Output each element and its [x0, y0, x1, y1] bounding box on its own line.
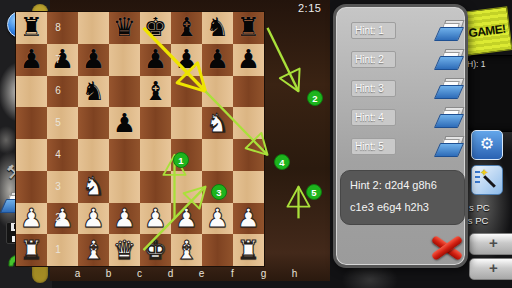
rank-label-8: 8 — [50, 22, 66, 33]
rank-label-6: 6 — [50, 85, 66, 96]
settings-button[interactable]: ⚙ — [471, 130, 503, 160]
piece-black-pawn[interactable]: ♟ — [82, 44, 105, 75]
piece-black-knight[interactable]: ♞ — [206, 12, 229, 43]
square-e1[interactable]: ♚ — [140, 234, 171, 266]
square-a7[interactable]: ♟ — [16, 44, 47, 76]
piece-white-queen[interactable]: ♛ — [113, 235, 136, 266]
square-e4[interactable] — [140, 139, 171, 171]
rank-label-3: 3 — [50, 181, 66, 192]
piece-white-knight[interactable]: ♞ — [206, 108, 229, 139]
square-c2[interactable]: ♟ — [78, 203, 109, 235]
square-h6[interactable] — [233, 76, 264, 108]
piece-white-pawn[interactable]: ♟ — [82, 203, 105, 234]
square-c3[interactable]: ♞ — [78, 171, 109, 203]
file-label-e: e — [186, 268, 217, 279]
square-g1[interactable] — [202, 234, 233, 266]
piece-black-pawn[interactable]: ♟ — [237, 44, 260, 75]
square-d2[interactable]: ♟ — [109, 203, 140, 235]
square-a6[interactable] — [16, 76, 47, 108]
hint-row-5: Hint: 5 — [336, 136, 465, 160]
square-h8[interactable]: ♜ — [233, 12, 264, 44]
square-c5[interactable] — [78, 107, 109, 139]
square-f5[interactable] — [171, 107, 202, 139]
hint-3-folder-button[interactable] — [437, 78, 463, 99]
piece-black-pawn[interactable]: ♟ — [20, 44, 43, 75]
increase-button-2[interactable]: + — [469, 258, 512, 280]
piece-black-pawn[interactable]: ♟ — [206, 44, 229, 75]
square-h2[interactable]: ♟ — [233, 203, 264, 235]
file-label-c: c — [124, 268, 155, 279]
hint-4-label[interactable]: Hint: 4 — [351, 109, 396, 126]
square-e6[interactable]: ♝ — [140, 76, 171, 108]
square-c1[interactable]: ♝ — [78, 234, 109, 266]
hint-1-folder-button[interactable] — [437, 20, 463, 41]
mode-label-vs-pc-1[interactable]: s PC — [469, 202, 490, 213]
hint-2-label[interactable]: Hint: 2 — [351, 51, 396, 68]
file-label-f: f — [217, 268, 248, 279]
square-h4[interactable] — [233, 139, 264, 171]
increase-button-1[interactable]: + — [469, 233, 512, 255]
file-label-g: g — [248, 268, 279, 279]
square-a3[interactable] — [16, 171, 47, 203]
rank-label-1: 1 — [50, 244, 66, 255]
square-e5[interactable] — [140, 107, 171, 139]
square-d5[interactable]: ♟ — [109, 107, 140, 139]
square-d4[interactable] — [109, 139, 140, 171]
rank-label-5: 5 — [50, 117, 66, 128]
hint-1-label[interactable]: Hint: 1 — [351, 22, 396, 39]
piece-black-king[interactable]: ♚ — [144, 12, 167, 43]
square-a4[interactable] — [16, 139, 47, 171]
square-f8[interactable]: ♝ — [171, 12, 202, 44]
piece-black-pawn[interactable]: ♟ — [175, 44, 198, 75]
square-f7[interactable]: ♟ — [171, 44, 202, 76]
square-a8[interactable]: ♜ — [16, 12, 47, 44]
hint-row-1: Hint: 1 — [336, 20, 465, 44]
square-e3[interactable] — [140, 171, 171, 203]
piece-white-king[interactable]: ♚ — [144, 235, 167, 266]
square-d3[interactable] — [109, 171, 140, 203]
square-d6[interactable] — [109, 76, 140, 108]
close-hints-button[interactable] — [429, 233, 465, 263]
piece-black-pawn[interactable]: ♟ — [113, 108, 136, 139]
hint-detail-box: Hint 2: d2d4 g8h6 c1e3 e6g4 h2h3 — [340, 170, 465, 225]
square-c6[interactable]: ♞ — [78, 76, 109, 108]
piece-white-pawn[interactable]: ♟ — [237, 203, 260, 234]
square-h1[interactable]: ♜ — [233, 234, 264, 266]
rank-label-2: 2 — [50, 212, 66, 223]
file-label-h: h — [279, 268, 310, 279]
sparkle-icon: ✦ — [480, 167, 488, 178]
square-g3[interactable] — [202, 171, 233, 203]
square-e8[interactable]: ♚ — [140, 12, 171, 44]
game-clock: 2:15 — [298, 2, 321, 14]
piece-black-bishop[interactable]: ♝ — [144, 76, 167, 107]
square-d8[interactable]: ♛ — [109, 12, 140, 44]
piece-white-pawn[interactable]: ♟ — [113, 203, 136, 234]
rank-label-7: 7 — [50, 54, 66, 65]
piece-black-knight[interactable]: ♞ — [82, 76, 105, 107]
new-game-wizard-button[interactable]: ✦ — [471, 165, 503, 195]
square-g4[interactable] — [202, 139, 233, 171]
square-d1[interactable]: ♛ — [109, 234, 140, 266]
square-f1[interactable]: ♝ — [171, 234, 202, 266]
square-a5[interactable] — [16, 107, 47, 139]
hint-4-folder-button[interactable] — [437, 107, 463, 128]
hint-5-label[interactable]: Hint: 5 — [351, 138, 396, 155]
square-e7[interactable]: ♟ — [140, 44, 171, 76]
hint-detail-line-2: c1e3 e6g4 h2h3 — [350, 201, 429, 213]
square-a1[interactable]: ♜ — [16, 234, 47, 266]
square-f4[interactable] — [171, 139, 202, 171]
square-h3[interactable] — [233, 171, 264, 203]
square-h5[interactable] — [233, 107, 264, 139]
hint-3-label[interactable]: Hint: 3 — [351, 80, 396, 97]
hint-row-4: Hint: 4 — [336, 107, 465, 131]
file-label-b: b — [93, 268, 124, 279]
square-d7[interactable] — [109, 44, 140, 76]
piece-white-rook[interactable]: ♜ — [237, 235, 260, 266]
engine-info-label: H): 1 — [467, 59, 485, 69]
square-f2[interactable]: ♟ — [171, 203, 202, 235]
piece-black-bishop[interactable]: ♝ — [175, 12, 198, 43]
square-f6[interactable] — [171, 76, 202, 108]
square-g6[interactable] — [202, 76, 233, 108]
piece-white-knight[interactable]: ♞ — [82, 171, 105, 202]
piece-black-rook[interactable]: ♜ — [237, 12, 260, 43]
hint-detail-line-1: Hint 2: d2d4 g8h6 — [350, 179, 437, 191]
square-h7[interactable]: ♟ — [233, 44, 264, 76]
square-g8[interactable]: ♞ — [202, 12, 233, 44]
hint-2-folder-button[interactable] — [437, 49, 463, 70]
square-e2[interactable]: ♟ — [140, 203, 171, 235]
square-f3[interactable] — [171, 171, 202, 203]
hint-row-3: Hint: 3 — [336, 78, 465, 102]
piece-white-bishop[interactable]: ♝ — [175, 235, 198, 266]
piece-black-queen[interactable]: ♛ — [113, 12, 136, 43]
rank-label-4: 4 — [50, 149, 66, 160]
app-screen: ⚒ ♜♛♚♝♞♜♟♟♟♟♟♟♟♞♝♟♞♞♟♟♟♟♟♟♟♟♜♝♛♚♝♜ 87654… — [0, 0, 512, 288]
game-banner: GAME! — [461, 6, 512, 55]
file-label-d: d — [155, 268, 186, 279]
square-g5[interactable]: ♞ — [202, 107, 233, 139]
square-c8[interactable] — [78, 12, 109, 44]
piece-white-pawn[interactable]: ♟ — [206, 203, 229, 234]
piece-white-pawn[interactable]: ♟ — [175, 203, 198, 234]
chess-board: ♜♛♚♝♞♜♟♟♟♟♟♟♟♞♝♟♞♞♟♟♟♟♟♟♟♟♜♝♛♚♝♜ — [16, 12, 264, 266]
square-a2[interactable]: ♟ — [16, 203, 47, 235]
file-label-a: a — [62, 268, 93, 279]
hint-row-2: Hint: 2 — [336, 49, 465, 73]
piece-white-pawn[interactable]: ♟ — [144, 203, 167, 234]
piece-white-bishop[interactable]: ♝ — [82, 235, 105, 266]
square-g7[interactable]: ♟ — [202, 44, 233, 76]
piece-white-rook[interactable]: ♜ — [20, 235, 43, 266]
square-g2[interactable]: ♟ — [202, 203, 233, 235]
hint-5-folder-button[interactable] — [437, 136, 463, 157]
piece-white-pawn[interactable]: ♟ — [20, 203, 43, 234]
piece-black-rook[interactable]: ♜ — [20, 12, 43, 43]
square-c7[interactable]: ♟ — [78, 44, 109, 76]
square-c4[interactable] — [78, 139, 109, 171]
hints-popup: Hint: 1 Hint: 2 Hint: 3 Hint: 4 Hint: 5 … — [333, 4, 468, 268]
piece-black-pawn[interactable]: ♟ — [144, 44, 167, 75]
